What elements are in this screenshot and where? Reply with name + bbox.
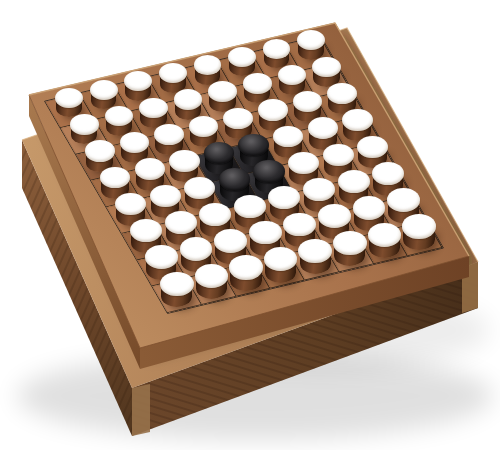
base-corner-finger-joint <box>132 384 150 436</box>
product-photo-scene <box>0 0 500 450</box>
